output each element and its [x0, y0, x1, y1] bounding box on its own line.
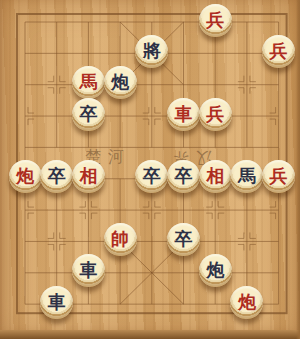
piece-red-cannon[interactable]: 炮 [230, 286, 263, 319]
piece-glyph: 馬 [230, 160, 263, 193]
piece-glyph: 卒 [167, 160, 200, 193]
piece-red-elephant[interactable]: 相 [199, 160, 232, 193]
piece-glyph: 炮 [199, 254, 232, 287]
piece-glyph: 車 [72, 254, 105, 287]
piece-glyph: 卒 [72, 98, 105, 131]
piece-glyph: 馬 [72, 66, 105, 99]
piece-glyph: 帥 [104, 223, 137, 256]
piece-glyph: 炮 [104, 66, 137, 99]
piece-glyph: 車 [167, 98, 200, 131]
piece-black-cannon[interactable]: 炮 [104, 66, 137, 99]
piece-black-chariot[interactable]: 車 [40, 286, 73, 319]
piece-red-soldier[interactable]: 兵 [199, 98, 232, 131]
piece-black-cannon[interactable]: 炮 [199, 254, 232, 287]
piece-glyph: 卒 [135, 160, 168, 193]
piece-red-cannon[interactable]: 炮 [9, 160, 42, 193]
piece-glyph: 相 [199, 160, 232, 193]
piece-red-general[interactable]: 帥 [104, 223, 137, 256]
piece-red-soldier[interactable]: 兵 [262, 160, 295, 193]
piece-glyph: 卒 [40, 160, 73, 193]
piece-glyph: 相 [72, 160, 105, 193]
pieces-layer: 兵將兵馬炮卒車兵炮卒相卒卒相馬兵帥卒車炮車炮 [0, 0, 300, 339]
piece-black-general[interactable]: 將 [135, 35, 168, 68]
piece-glyph: 兵 [262, 35, 295, 68]
piece-glyph: 炮 [230, 286, 263, 319]
xiangqi-board[interactable]: 楚河 汉界 兵將兵馬炮卒車兵炮卒相卒卒相馬兵帥卒車炮車炮 [0, 0, 300, 339]
piece-red-chariot[interactable]: 車 [167, 98, 200, 131]
piece-black-horse[interactable]: 馬 [230, 160, 263, 193]
piece-glyph: 炮 [9, 160, 42, 193]
piece-red-soldier[interactable]: 兵 [262, 35, 295, 68]
piece-black-soldier[interactable]: 卒 [72, 98, 105, 131]
piece-glyph: 兵 [199, 4, 232, 37]
piece-black-soldier[interactable]: 卒 [135, 160, 168, 193]
piece-red-soldier[interactable]: 兵 [199, 4, 232, 37]
piece-red-elephant[interactable]: 相 [72, 160, 105, 193]
piece-glyph: 車 [40, 286, 73, 319]
piece-glyph: 兵 [199, 98, 232, 131]
piece-black-soldier[interactable]: 卒 [167, 223, 200, 256]
piece-glyph: 將 [135, 35, 168, 68]
piece-black-soldier[interactable]: 卒 [40, 160, 73, 193]
piece-red-horse[interactable]: 馬 [72, 66, 105, 99]
piece-glyph: 卒 [167, 223, 200, 256]
piece-black-chariot[interactable]: 車 [72, 254, 105, 287]
piece-glyph: 兵 [262, 160, 295, 193]
piece-black-soldier[interactable]: 卒 [167, 160, 200, 193]
